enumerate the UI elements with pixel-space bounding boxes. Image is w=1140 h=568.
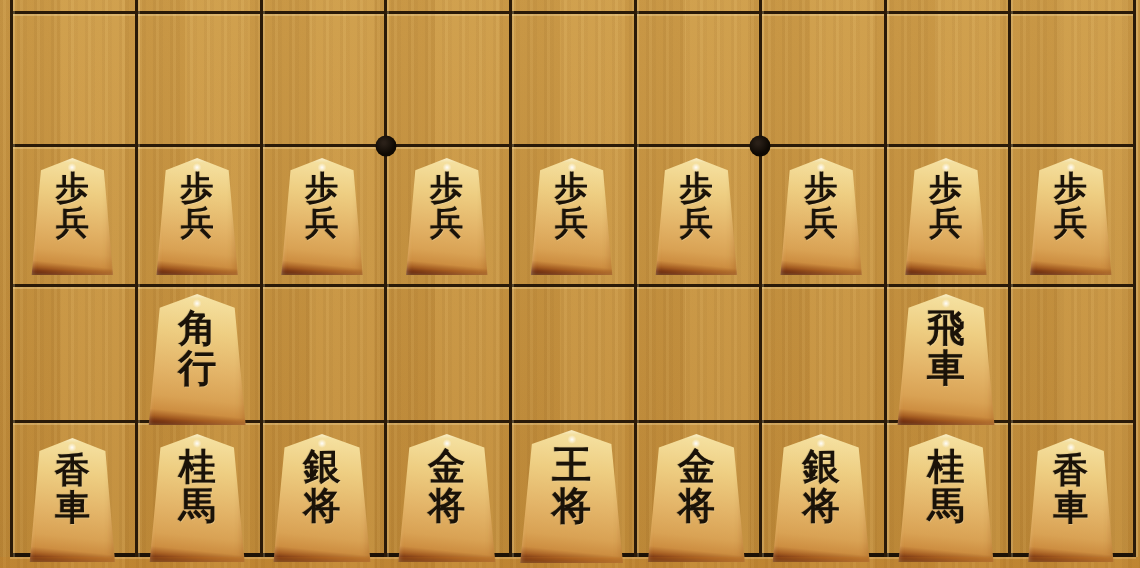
piece-fuhyo-pawn[interactable]: 歩兵 bbox=[1029, 158, 1113, 275]
piece-kakugyo-bishop[interactable]: 角行 bbox=[147, 294, 247, 425]
kanji-bottom: 兵 bbox=[306, 206, 339, 240]
piece-fuhyo-pawn[interactable]: 歩兵 bbox=[530, 158, 614, 275]
kanji-top: 香 bbox=[1053, 452, 1088, 488]
board-cell-r8c4[interactable] bbox=[387, 287, 509, 420]
kanji-top: 香 bbox=[55, 452, 90, 488]
kanji-bottom: 兵 bbox=[56, 206, 89, 240]
kanji-bottom: 馬 bbox=[179, 487, 216, 525]
board-cell-r6c7[interactable] bbox=[762, 14, 884, 144]
kanji-top: 歩 bbox=[181, 171, 214, 205]
board-cell-r6c1[interactable] bbox=[13, 14, 135, 144]
board-cell-r8c7[interactable] bbox=[762, 287, 884, 420]
board-cell-r6c2[interactable] bbox=[138, 14, 260, 144]
piece-kyosha-lance[interactable]: 香車 bbox=[28, 438, 116, 562]
piece-keima-knight[interactable]: 桂馬 bbox=[148, 434, 246, 562]
piece-ginsho-silver[interactable]: 銀将 bbox=[771, 434, 871, 562]
board-cell-r6c5[interactable] bbox=[512, 14, 634, 144]
board-cell-r8c3[interactable] bbox=[263, 287, 385, 420]
board-cell-r6c3[interactable] bbox=[263, 14, 385, 144]
kanji-bottom: 兵 bbox=[930, 206, 963, 240]
piece-fuhyo-pawn[interactable]: 歩兵 bbox=[779, 158, 863, 275]
kanji-top: 飛 bbox=[927, 309, 965, 348]
kanji-top: 歩 bbox=[680, 171, 713, 205]
kanji-bottom: 将 bbox=[552, 486, 591, 526]
kanji-bottom: 将 bbox=[803, 487, 840, 525]
grid-line-vertical bbox=[1133, 0, 1136, 557]
board-cell-r6c6[interactable] bbox=[637, 14, 759, 144]
piece-kinsho-gold[interactable]: 金将 bbox=[397, 434, 497, 562]
piece-kyosha-lance[interactable]: 香車 bbox=[1027, 438, 1115, 562]
kanji-top: 金 bbox=[428, 448, 465, 486]
kanji-top: 歩 bbox=[1054, 171, 1087, 205]
board-cell-r8c9[interactable] bbox=[1011, 287, 1133, 420]
kanji-top: 歩 bbox=[930, 171, 963, 205]
kanji-top: 歩 bbox=[430, 171, 463, 205]
kanji-bottom: 兵 bbox=[805, 206, 838, 240]
kanji-bottom: 馬 bbox=[928, 487, 965, 525]
kanji-top: 桂 bbox=[928, 448, 965, 486]
board-cell-r8c6[interactable] bbox=[637, 287, 759, 420]
kanji-bottom: 車 bbox=[1053, 489, 1088, 525]
piece-fuhyo-pawn[interactable]: 歩兵 bbox=[280, 158, 364, 275]
kanji-bottom: 行 bbox=[178, 349, 216, 388]
board-cell-r8c1[interactable] bbox=[13, 287, 135, 420]
kanji-bottom: 兵 bbox=[555, 206, 588, 240]
kanji-bottom: 兵 bbox=[680, 206, 713, 240]
kanji-bottom: 将 bbox=[304, 487, 341, 525]
kanji-top: 銀 bbox=[803, 448, 840, 486]
kanji-top: 歩 bbox=[805, 171, 838, 205]
piece-fuhyo-pawn[interactable]: 歩兵 bbox=[904, 158, 988, 275]
kanji-top: 角 bbox=[178, 309, 216, 348]
kanji-top: 歩 bbox=[56, 171, 89, 205]
piece-fuhyo-pawn[interactable]: 歩兵 bbox=[405, 158, 489, 275]
kanji-bottom: 兵 bbox=[181, 206, 214, 240]
board-cell-r8c5[interactable] bbox=[512, 287, 634, 420]
piece-keima-knight[interactable]: 桂馬 bbox=[897, 434, 995, 562]
piece-ginsho-silver[interactable]: 銀将 bbox=[272, 434, 372, 562]
piece-fuhyo-pawn[interactable]: 歩兵 bbox=[155, 158, 239, 275]
board-cell-r6c9[interactable] bbox=[1011, 14, 1133, 144]
kanji-bottom: 兵 bbox=[430, 206, 463, 240]
piece-fuhyo-pawn[interactable]: 歩兵 bbox=[30, 158, 114, 275]
board-cell-r6c8[interactable] bbox=[887, 14, 1009, 144]
kanji-top: 金 bbox=[678, 448, 715, 486]
kanji-top: 歩 bbox=[555, 171, 588, 205]
kanji-top: 王 bbox=[552, 445, 591, 485]
kanji-bottom: 兵 bbox=[1054, 206, 1087, 240]
piece-fuhyo-pawn[interactable]: 歩兵 bbox=[654, 158, 738, 275]
kanji-top: 桂 bbox=[179, 448, 216, 486]
kanji-top: 銀 bbox=[304, 448, 341, 486]
piece-kinsho-gold[interactable]: 金将 bbox=[646, 434, 746, 562]
board-cell-r6c4[interactable] bbox=[387, 14, 509, 144]
piece-osho-king[interactable]: 王将 bbox=[519, 430, 625, 563]
kanji-bottom: 車 bbox=[927, 349, 965, 388]
kanji-bottom: 将 bbox=[678, 487, 715, 525]
piece-hisha-rook[interactable]: 飛車 bbox=[896, 294, 996, 425]
shogi-board: 歩兵歩兵歩兵歩兵歩兵歩兵歩兵歩兵歩兵角行飛車香車桂馬銀将金将王将金将銀将桂馬香車 bbox=[0, 0, 1140, 568]
board-bottom-margin bbox=[0, 557, 1140, 568]
kanji-top: 歩 bbox=[306, 171, 339, 205]
kanji-bottom: 将 bbox=[428, 487, 465, 525]
kanji-bottom: 車 bbox=[55, 489, 90, 525]
